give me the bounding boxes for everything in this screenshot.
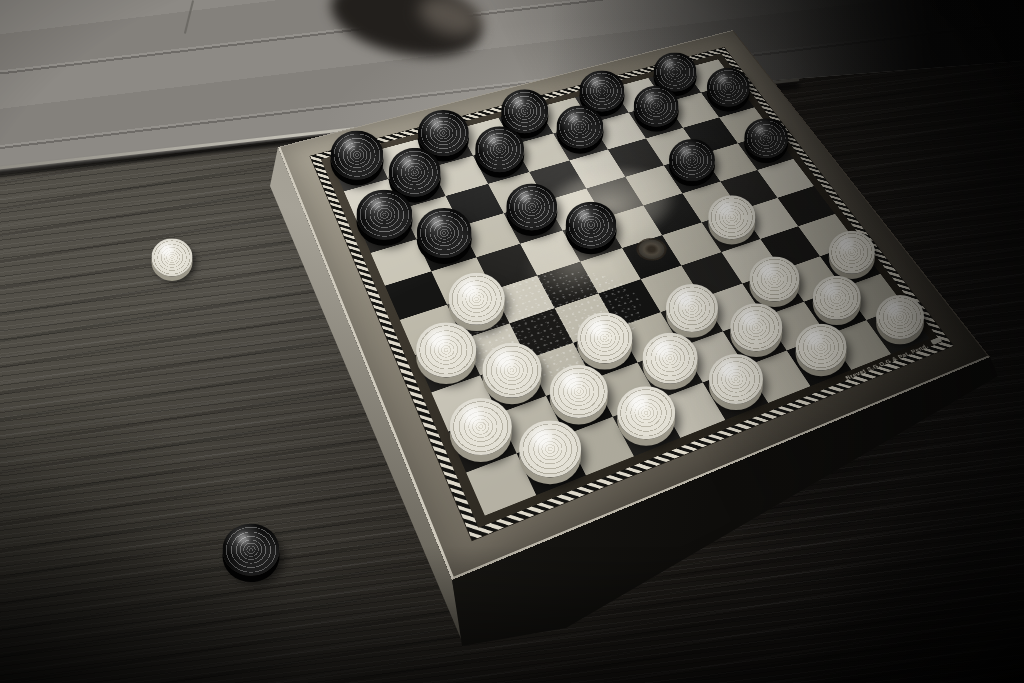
black-piece-r2c6[interactable]: ⛂ <box>556 106 603 149</box>
white-piece-r8c8[interactable]: ⛀ <box>750 257 799 302</box>
white-piece-r9c1[interactable]: ⛀ <box>450 398 512 455</box>
white-piece-r10c2[interactable]: ⛀ <box>519 421 581 478</box>
black-draughts-man-glyph: ⛂ <box>417 208 472 258</box>
captured-black-piece[interactable]: ⛂ <box>223 524 280 576</box>
white-draughts-man-glyph: ⛀ <box>750 257 799 302</box>
black-draughts-man-glyph: ⛂ <box>475 126 525 172</box>
black-piece-r4c10[interactable]: ⛂ <box>745 118 789 158</box>
black-draughts-man-glyph: ⛂ <box>745 118 789 158</box>
white-piece-r9c7[interactable]: ⛀ <box>730 303 782 350</box>
white-draughts-man-glyph: ⛀ <box>549 365 608 419</box>
black-draughts-man-glyph: ⛂ <box>357 189 412 240</box>
black-piece-r3c1[interactable]: ⛂ <box>357 189 412 240</box>
white-piece-r9c9[interactable]: ⛀ <box>813 275 862 320</box>
white-draughts-man-glyph: ⛀ <box>795 323 846 370</box>
black-piece-r4c2[interactable]: ⛂ <box>417 208 472 258</box>
white-draughts-man-glyph: ⛀ <box>450 398 512 455</box>
black-piece-r5c5[interactable]: ⛂ <box>566 201 617 248</box>
white-piece-r8c2[interactable]: ⛀ <box>482 343 541 397</box>
black-draughts-man-glyph: ⛂ <box>223 524 280 576</box>
black-draughts-man-glyph: ⛂ <box>707 67 749 106</box>
white-draughts-man-glyph: ⛀ <box>617 386 675 439</box>
white-draughts-man-glyph: ⛀ <box>709 354 763 404</box>
white-draughts-man-glyph: ⛀ <box>730 303 782 350</box>
white-draughts-man-glyph: ⛀ <box>152 238 193 276</box>
photo-scene: Brevet S.G.D.G & Pat. Pend. ⛂⛂⛂⛂⛂⛂⛂⛂⛂⛂⛂⛂… <box>0 0 1024 683</box>
white-piece-r10c8[interactable]: ⛀ <box>795 323 846 370</box>
black-piece-r4c8[interactable]: ⛂ <box>669 139 715 181</box>
white-piece-r7c1[interactable]: ⛀ <box>416 322 476 377</box>
black-piece-r2c10[interactable]: ⛂ <box>707 67 749 106</box>
white-draughts-man-glyph: ⛀ <box>577 313 633 364</box>
black-piece-r1c1[interactable]: ⛂ <box>331 131 384 180</box>
black-piece-r2c8[interactable]: ⛂ <box>634 86 679 127</box>
white-piece-r9c5[interactable]: ⛀ <box>643 333 698 383</box>
white-draughts-man-glyph: ⛀ <box>829 231 875 274</box>
white-draughts-man-glyph: ⛀ <box>666 284 718 332</box>
white-piece-r10c4[interactable]: ⛀ <box>617 386 675 439</box>
white-draughts-man-glyph: ⛀ <box>416 322 476 377</box>
white-piece-r10c6[interactable]: ⛀ <box>709 354 763 404</box>
white-draughts-man-glyph: ⛀ <box>519 421 581 478</box>
white-piece-r9c3[interactable]: ⛀ <box>549 365 608 419</box>
white-piece-r6c2[interactable]: ⛀ <box>448 272 505 324</box>
white-piece-r6c8[interactable]: ⛀ <box>708 195 756 239</box>
black-draughts-man-glyph: ⛂ <box>556 106 603 149</box>
white-draughts-man-glyph: ⛀ <box>448 272 505 324</box>
black-piece-r4c4[interactable]: ⛂ <box>506 183 557 230</box>
black-draughts-man-glyph: ⛂ <box>566 201 617 248</box>
captured-white-piece[interactable]: ⛀ <box>152 238 193 276</box>
white-piece-r8c10[interactable]: ⛀ <box>829 231 875 274</box>
black-draughts-man-glyph: ⛂ <box>669 139 715 181</box>
white-draughts-man-glyph: ⛀ <box>643 333 698 383</box>
white-draughts-man-glyph: ⛀ <box>876 295 924 339</box>
white-draughts-man-glyph: ⛀ <box>708 195 756 239</box>
black-draughts-man-glyph: ⛂ <box>506 183 557 230</box>
white-draughts-man-glyph: ⛀ <box>813 275 862 320</box>
white-draughts-man-glyph: ⛀ <box>482 343 541 397</box>
black-draughts-man-glyph: ⛂ <box>331 131 384 180</box>
white-piece-r8c4[interactable]: ⛀ <box>577 313 633 364</box>
black-piece-r2c4[interactable]: ⛂ <box>475 126 525 172</box>
white-piece-r10c10[interactable]: ⛀ <box>876 295 924 339</box>
black-draughts-man-glyph: ⛂ <box>634 86 679 127</box>
white-piece-r8c6[interactable]: ⛀ <box>666 284 718 332</box>
